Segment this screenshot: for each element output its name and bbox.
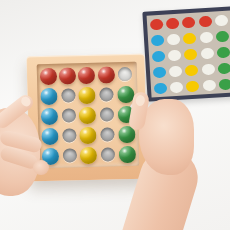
board-cell-r2c3 (78, 85, 98, 105)
card-cell-r4c3 (183, 61, 200, 78)
board-cell-r2c4 (97, 84, 117, 104)
board-cell-r1c5 (116, 64, 136, 84)
card-cell-r5c2 (168, 78, 185, 95)
board-cell-r3c1 (40, 106, 60, 126)
card-dot-white (201, 47, 215, 59)
board-cell-r1c1 (39, 66, 59, 86)
card-cell-r3c5 (215, 44, 230, 61)
yellow-ball[interactable] (79, 106, 96, 123)
board-cell-r4c4 (98, 124, 118, 144)
tray-board (37, 62, 140, 168)
red-ball[interactable] (59, 67, 76, 84)
card-dot-yellow (186, 80, 200, 92)
empty-hole[interactable] (99, 87, 113, 101)
card-cell-r2c3 (181, 30, 198, 47)
card-dot-white (215, 14, 229, 26)
blue-ball[interactable] (41, 127, 58, 144)
empty-hole[interactable] (62, 128, 76, 142)
red-ball[interactable] (40, 67, 57, 84)
card-dot-yellow (184, 48, 198, 60)
card-dot-white (202, 63, 216, 75)
card-cell-r1c3 (180, 14, 197, 31)
board-cell-r2c2 (58, 85, 78, 105)
empty-hole[interactable] (62, 108, 76, 122)
card-dot-white (170, 81, 184, 93)
card-cell-r5c4 (201, 76, 218, 93)
card-cell-r2c1 (149, 32, 166, 49)
card-cell-r3c3 (182, 46, 199, 63)
empty-hole[interactable] (61, 88, 75, 102)
card-dot-white (200, 31, 214, 43)
board-cell-r1c3 (77, 65, 97, 85)
card-dot-green (217, 46, 230, 58)
board-grid (39, 64, 137, 166)
card-dot-blue (150, 34, 164, 46)
card-dot-red (149, 18, 163, 30)
card-dot-yellow (185, 64, 199, 76)
card-dot-white (168, 49, 182, 61)
card-dot-blue (151, 50, 165, 62)
green-ball[interactable] (119, 145, 136, 162)
card-cell-r5c5 (217, 75, 230, 92)
card-cell-r2c2 (165, 31, 182, 48)
card-dot-green (216, 30, 230, 42)
red-ball[interactable] (78, 66, 95, 83)
card-cell-r1c1 (148, 16, 165, 33)
card-cell-r4c1 (151, 63, 168, 80)
blue-ball[interactable] (41, 107, 58, 124)
empty-hole[interactable] (100, 127, 114, 141)
card-dot-red (199, 15, 213, 27)
card-cell-r1c2 (164, 15, 181, 32)
card-dot-red (182, 16, 196, 28)
empty-hole[interactable] (101, 147, 115, 161)
card-dot-red (166, 17, 180, 29)
board-cell-r5c2 (60, 145, 80, 165)
left-fingertip (33, 160, 49, 175)
blue-ball[interactable] (40, 87, 57, 104)
card-dot-blue (153, 82, 167, 94)
board-cell-r3c4 (97, 104, 117, 124)
card-cell-r4c2 (167, 62, 184, 79)
board-cell-r2c1 (39, 86, 59, 106)
board-cell-r3c3 (78, 105, 98, 125)
card-cell-r2c4 (198, 29, 215, 46)
card-dot-blue (152, 66, 166, 78)
board-cell-r1c2 (58, 65, 78, 85)
yellow-ball[interactable] (80, 146, 97, 163)
yellow-ball[interactable] (80, 126, 97, 143)
card-dot-green (219, 78, 230, 90)
card-cell-r3c4 (199, 45, 216, 62)
board-cell-r5c4 (98, 144, 118, 164)
card-cell-r1c4 (197, 13, 214, 30)
card-cell-r5c3 (184, 77, 201, 94)
empty-hole[interactable] (100, 107, 114, 121)
card-cell-r3c1 (150, 48, 167, 65)
board-cell-r3c2 (59, 105, 79, 125)
card-cell-r1c5 (213, 12, 230, 29)
board-cell-r4c1 (40, 126, 60, 146)
card-cell-r3c2 (166, 47, 183, 64)
red-ball[interactable] (97, 66, 114, 83)
scene (0, 0, 230, 230)
right-hand-palm (139, 99, 194, 175)
card-cell-r4c5 (216, 59, 230, 76)
empty-hole[interactable] (118, 67, 132, 81)
board-cell-r4c2 (59, 125, 79, 145)
card-cell-r4c4 (200, 60, 217, 77)
pattern-card-grid (148, 12, 230, 97)
board-cell-r5c3 (79, 145, 99, 165)
board-cell-r4c3 (79, 125, 99, 145)
card-cell-r5c1 (152, 79, 169, 96)
empty-hole[interactable] (63, 148, 77, 162)
card-cell-r2c5 (214, 28, 230, 45)
pattern-card (142, 6, 230, 101)
card-dot-green (218, 62, 230, 74)
card-dot-yellow (183, 32, 197, 44)
card-dot-white (202, 79, 216, 91)
card-dot-white (167, 33, 181, 45)
yellow-ball[interactable] (79, 86, 96, 103)
board-cell-r1c4 (96, 64, 116, 84)
board-cell-r5c5 (117, 144, 137, 164)
card-dot-white (169, 65, 183, 77)
